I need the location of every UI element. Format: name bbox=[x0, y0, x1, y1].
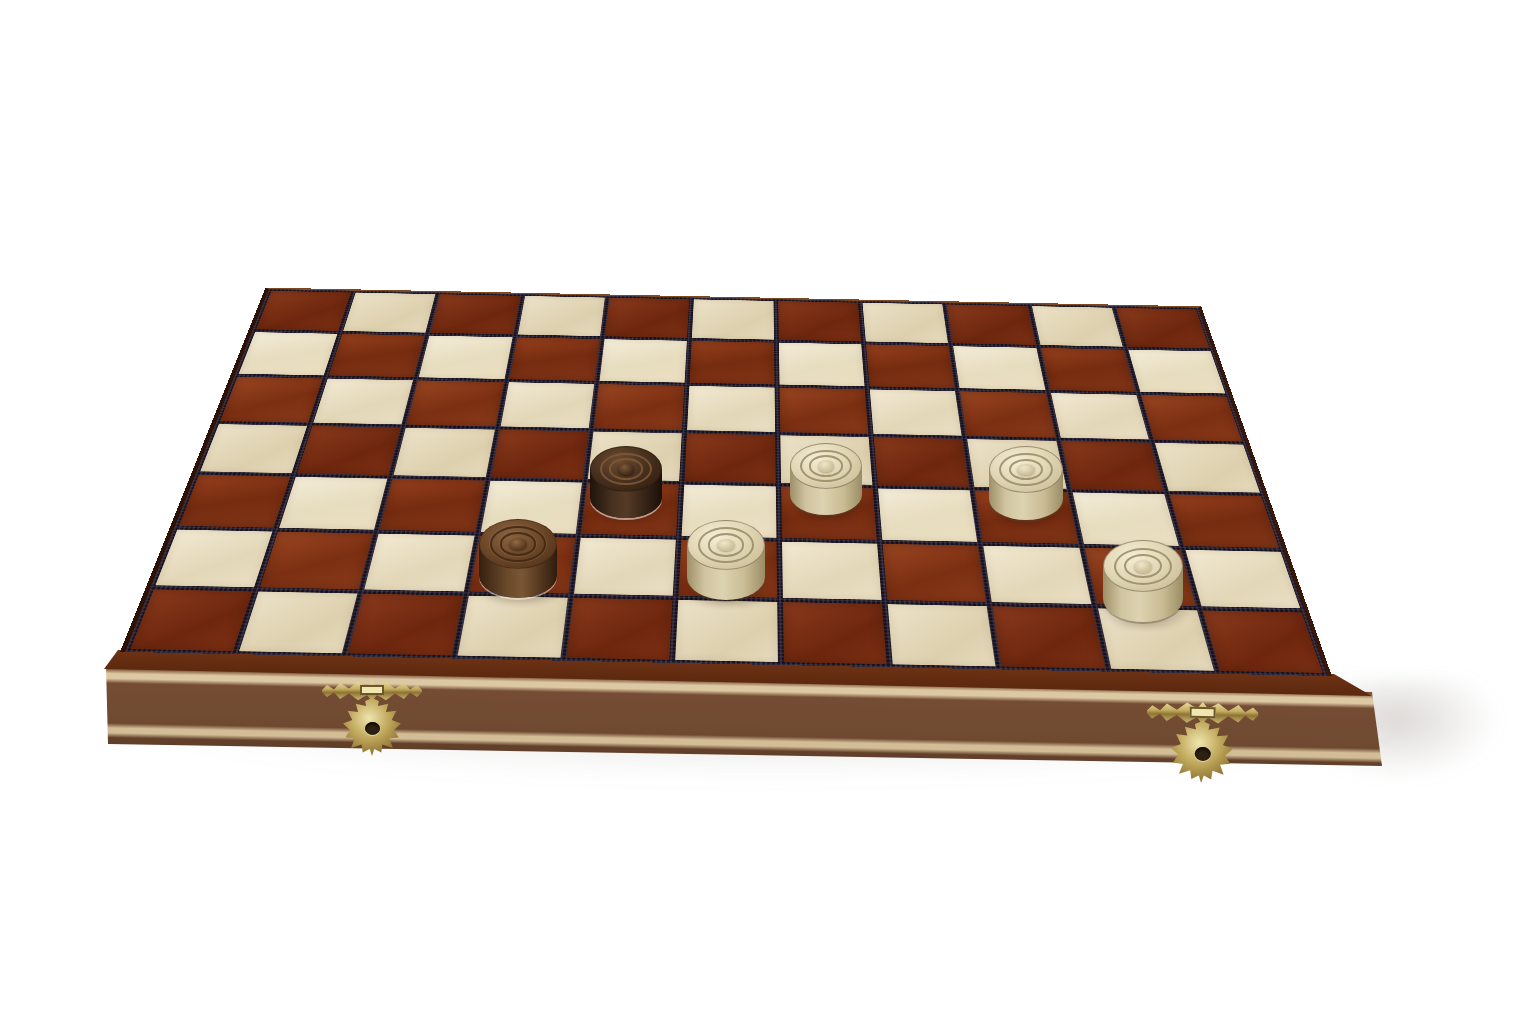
board-square[interactable] bbox=[1116, 308, 1209, 349]
board-square[interactable] bbox=[279, 477, 387, 530]
piece-center-boss bbox=[818, 460, 835, 471]
product-photo-canvas bbox=[0, 0, 1536, 1024]
board-square[interactable] bbox=[1185, 550, 1300, 608]
board-square[interactable] bbox=[220, 377, 323, 423]
board-square[interactable] bbox=[783, 602, 887, 664]
piece-top bbox=[479, 519, 557, 569]
board-square[interactable] bbox=[1072, 492, 1178, 546]
board-square[interactable] bbox=[692, 299, 774, 339]
clasp-right[interactable] bbox=[1145, 697, 1259, 785]
board-square[interactable] bbox=[1032, 306, 1123, 347]
board-square[interactable] bbox=[500, 382, 594, 428]
checker-piece-dark[interactable] bbox=[479, 519, 557, 598]
board-square[interactable] bbox=[297, 426, 401, 475]
board-square[interactable] bbox=[883, 544, 987, 602]
checker-piece-light[interactable] bbox=[790, 443, 862, 515]
board-square[interactable] bbox=[491, 430, 588, 479]
board-square[interactable] bbox=[675, 600, 778, 662]
checker-piece-dark[interactable] bbox=[590, 446, 662, 518]
checker-piece-light[interactable] bbox=[1103, 540, 1183, 622]
board-square[interactable] bbox=[874, 437, 970, 487]
board-square[interactable] bbox=[782, 542, 882, 600]
board-square[interactable] bbox=[1141, 395, 1242, 442]
board-square[interactable] bbox=[343, 293, 435, 333]
board-square[interactable] bbox=[888, 604, 996, 666]
piece-center-boss bbox=[618, 463, 635, 474]
piece-top bbox=[590, 446, 662, 492]
board-square[interactable] bbox=[1203, 610, 1323, 673]
board-square[interactable] bbox=[1155, 443, 1260, 493]
board-square[interactable] bbox=[200, 424, 307, 473]
board-square[interactable] bbox=[314, 378, 414, 424]
board-square[interactable] bbox=[594, 384, 685, 430]
piece-top bbox=[989, 446, 1063, 493]
board-square[interactable] bbox=[1128, 350, 1225, 393]
board-square[interactable] bbox=[605, 298, 689, 338]
board-square[interactable] bbox=[993, 606, 1105, 669]
board-square[interactable] bbox=[239, 591, 358, 653]
clasp-left-hole bbox=[365, 722, 380, 735]
piece-center-boss bbox=[1134, 560, 1153, 573]
clasp-right-slot bbox=[1189, 707, 1215, 719]
board-square[interactable] bbox=[329, 334, 425, 377]
board-square[interactable] bbox=[130, 589, 253, 651]
board-square[interactable] bbox=[1051, 393, 1149, 439]
checker-piece-light[interactable] bbox=[687, 520, 765, 600]
board-square[interactable] bbox=[419, 336, 512, 379]
board-square[interactable] bbox=[1061, 441, 1163, 491]
board-square[interactable] bbox=[863, 303, 949, 344]
clasp-left-slot bbox=[360, 685, 384, 695]
board-square[interactable] bbox=[870, 389, 962, 435]
board-square[interactable] bbox=[960, 391, 1055, 437]
board-square[interactable] bbox=[878, 489, 977, 542]
board-square[interactable] bbox=[348, 593, 462, 655]
board-square[interactable] bbox=[574, 538, 676, 595]
board-square[interactable] bbox=[954, 346, 1045, 389]
board-square[interactable] bbox=[866, 345, 955, 388]
board-square[interactable] bbox=[260, 532, 373, 589]
board-square[interactable] bbox=[1169, 494, 1279, 548]
piece-top bbox=[687, 520, 765, 570]
board-square[interactable] bbox=[599, 339, 686, 382]
board-square[interactable] bbox=[365, 534, 474, 591]
board-square[interactable] bbox=[779, 343, 865, 386]
piece-center-boss bbox=[1017, 464, 1034, 476]
board-square[interactable] bbox=[778, 301, 861, 342]
board-square[interactable] bbox=[239, 332, 338, 375]
board-square[interactable] bbox=[947, 304, 1035, 345]
board-square[interactable] bbox=[517, 296, 604, 336]
board-square[interactable] bbox=[256, 291, 351, 331]
clasp-left[interactable] bbox=[322, 678, 422, 758]
board-square[interactable] bbox=[687, 386, 775, 432]
board-square[interactable] bbox=[684, 433, 775, 483]
board-square[interactable] bbox=[509, 338, 599, 381]
piece-top bbox=[790, 443, 862, 489]
board-square[interactable] bbox=[380, 479, 485, 532]
board-square[interactable] bbox=[394, 428, 495, 477]
board-square[interactable] bbox=[407, 380, 504, 426]
board-square[interactable] bbox=[566, 598, 672, 660]
board-square[interactable] bbox=[984, 546, 1091, 604]
board-square[interactable] bbox=[179, 475, 291, 528]
checker-piece-light[interactable] bbox=[989, 446, 1063, 520]
board-square[interactable] bbox=[155, 530, 272, 587]
board-square[interactable] bbox=[1041, 348, 1135, 391]
board-square[interactable] bbox=[689, 341, 774, 384]
board-square[interactable] bbox=[430, 294, 520, 334]
piece-top bbox=[1103, 540, 1183, 592]
board-square[interactable] bbox=[780, 387, 869, 433]
